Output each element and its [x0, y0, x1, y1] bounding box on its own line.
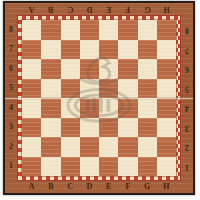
file-label-bottom-a: A [22, 181, 41, 193]
square-d5[interactable] [80, 79, 99, 99]
rank-labels-right: 87654321 [181, 20, 193, 176]
square-b4[interactable] [41, 98, 60, 118]
square-g1[interactable] [138, 157, 157, 177]
file-label-top-g: G [138, 3, 157, 15]
square-c1[interactable] [61, 157, 80, 177]
file-label-top-a: A [22, 3, 41, 15]
rank-label-left-8: 8 [5, 20, 17, 40]
square-g5[interactable] [138, 79, 157, 99]
square-a3[interactable] [22, 118, 41, 138]
chess-board: ABCDEFGH ABCDEFGH 87654321 87654321 [3, 1, 195, 195]
square-a2[interactable] [22, 137, 41, 157]
file-label-bottom-d: D [80, 181, 99, 193]
file-label-bottom-f: F [118, 181, 137, 193]
square-a8[interactable] [22, 20, 41, 40]
rank-label-left-4: 4 [5, 98, 17, 118]
rank-label-left-1: 1 [5, 157, 17, 177]
file-label-bottom-c: C [61, 181, 80, 193]
rank-label-right-4: 4 [181, 98, 193, 118]
square-g8[interactable] [138, 20, 157, 40]
rank-label-right-5: 5 [181, 79, 193, 99]
rank-label-right-7: 7 [181, 40, 193, 60]
square-e3[interactable] [99, 118, 118, 138]
file-label-bottom-g: G [138, 181, 157, 193]
square-h7[interactable] [157, 40, 176, 60]
square-d2[interactable] [80, 137, 99, 157]
file-label-top-c: C [61, 3, 80, 15]
file-label-top-b: B [41, 3, 60, 15]
board-grid [22, 20, 176, 176]
square-a6[interactable] [22, 59, 41, 79]
square-e1[interactable] [99, 157, 118, 177]
file-labels-bottom: ABCDEFGH [22, 181, 176, 193]
file-label-bottom-h: H [157, 181, 176, 193]
square-a4[interactable] [22, 98, 41, 118]
square-g2[interactable] [138, 137, 157, 157]
square-f7[interactable] [118, 40, 137, 60]
rank-label-left-5: 5 [5, 79, 17, 99]
file-label-top-e: E [99, 3, 118, 15]
square-h3[interactable] [157, 118, 176, 138]
square-e6[interactable] [99, 59, 118, 79]
square-f3[interactable] [118, 118, 137, 138]
square-b2[interactable] [41, 137, 60, 157]
file-label-top-d: D [80, 3, 99, 15]
square-h1[interactable] [157, 157, 176, 177]
square-h6[interactable] [157, 59, 176, 79]
rank-labels-left: 87654321 [5, 20, 17, 176]
file-labels-top: ABCDEFGH [22, 3, 176, 15]
square-f1[interactable] [118, 157, 137, 177]
square-f8[interactable] [118, 20, 137, 40]
square-f2[interactable] [118, 137, 137, 157]
square-d8[interactable] [80, 20, 99, 40]
square-g6[interactable] [138, 59, 157, 79]
rank-label-right-2: 2 [181, 137, 193, 157]
square-g3[interactable] [138, 118, 157, 138]
square-h8[interactable] [157, 20, 176, 40]
square-e5[interactable] [99, 79, 118, 99]
square-f4[interactable] [118, 98, 137, 118]
square-e4[interactable] [99, 98, 118, 118]
square-e7[interactable] [99, 40, 118, 60]
square-b5[interactable] [41, 79, 60, 99]
square-a7[interactable] [22, 40, 41, 60]
rank-label-right-8: 8 [181, 20, 193, 40]
product-photo-background: ABCDEFGH ABCDEFGH 87654321 87654321 [0, 0, 200, 200]
square-h4[interactable] [157, 98, 176, 118]
square-g4[interactable] [138, 98, 157, 118]
square-g7[interactable] [138, 40, 157, 60]
square-e2[interactable] [99, 137, 118, 157]
rank-label-right-1: 1 [181, 157, 193, 177]
square-c7[interactable] [61, 40, 80, 60]
square-b1[interactable] [41, 157, 60, 177]
file-label-bottom-b: B [41, 181, 60, 193]
square-b6[interactable] [41, 59, 60, 79]
rank-label-left-7: 7 [5, 40, 17, 60]
square-d6[interactable] [80, 59, 99, 79]
square-b3[interactable] [41, 118, 60, 138]
square-a1[interactable] [22, 157, 41, 177]
square-d7[interactable] [80, 40, 99, 60]
file-label-top-f: F [118, 3, 137, 15]
rank-label-left-6: 6 [5, 59, 17, 79]
square-c8[interactable] [61, 20, 80, 40]
square-b8[interactable] [41, 20, 60, 40]
square-c6[interactable] [61, 59, 80, 79]
rank-label-right-3: 3 [181, 118, 193, 138]
square-d3[interactable] [80, 118, 99, 138]
square-c5[interactable] [61, 79, 80, 99]
square-h2[interactable] [157, 137, 176, 157]
rank-label-right-6: 6 [181, 59, 193, 79]
square-c3[interactable] [61, 118, 80, 138]
square-h5[interactable] [157, 79, 176, 99]
rank-label-left-2: 2 [5, 137, 17, 157]
file-label-bottom-e: E [99, 181, 118, 193]
square-b7[interactable] [41, 40, 60, 60]
square-c4[interactable] [61, 98, 80, 118]
square-f5[interactable] [118, 79, 137, 99]
file-label-top-h: H [157, 3, 176, 15]
square-c2[interactable] [61, 137, 80, 157]
square-e8[interactable] [99, 20, 118, 40]
square-f6[interactable] [118, 59, 137, 79]
square-d4[interactable] [80, 98, 99, 118]
square-a5[interactable] [22, 79, 41, 99]
square-d1[interactable] [80, 157, 99, 177]
rank-label-left-3: 3 [5, 118, 17, 138]
